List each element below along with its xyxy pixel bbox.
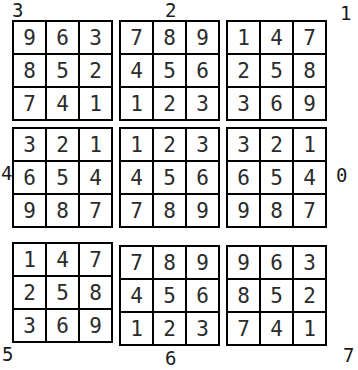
cell-r4c5: 2 bbox=[154, 129, 185, 160]
cell-r3c6: 3 bbox=[187, 88, 218, 119]
cell-r7c5: 8 bbox=[154, 247, 185, 278]
cell-r1c9: 7 bbox=[294, 22, 325, 53]
cell-r5c5: 5 bbox=[154, 162, 185, 193]
box-bottom-right: 963852741 bbox=[226, 245, 327, 346]
cell-r7c6: 9 bbox=[187, 247, 218, 278]
cell-r5c4: 4 bbox=[121, 162, 152, 193]
cell-r3c1: 7 bbox=[14, 88, 45, 119]
box-middle-center: 123456789 bbox=[119, 127, 220, 228]
cell-r3c5: 2 bbox=[154, 88, 185, 119]
cell-r1c7: 1 bbox=[228, 22, 259, 53]
cell-r5c8: 5 bbox=[261, 162, 292, 193]
cell-r9c6: 3 bbox=[187, 313, 218, 344]
cell-r6c4: 7 bbox=[121, 195, 152, 226]
cell-r9c8: 4 bbox=[261, 313, 292, 344]
cell-r3c9: 9 bbox=[294, 88, 325, 119]
cell-r5c7: 6 bbox=[228, 162, 259, 193]
edge-label-top-center: 2 bbox=[165, 1, 176, 20]
cell-r4c9: 1 bbox=[294, 129, 325, 160]
cell-r4c6: 3 bbox=[187, 129, 218, 160]
sudoku-board: 963852741 789456123 147258369 321654987 … bbox=[12, 20, 327, 346]
puzzle-figure: 3 2 1 4 0 5 6 7 963852741 789456123 1472… bbox=[0, 0, 358, 370]
cell-r1c6: 9 bbox=[187, 22, 218, 53]
cell-r4c3: 1 bbox=[80, 129, 111, 160]
cell-r3c3: 1 bbox=[80, 88, 111, 119]
cell-r4c1: 3 bbox=[14, 129, 45, 160]
cell-r4c4: 1 bbox=[121, 129, 152, 160]
box-top-right: 147258369 bbox=[226, 20, 327, 121]
cell-r9c1: 3 bbox=[14, 310, 45, 341]
cell-r8c5: 5 bbox=[154, 280, 185, 311]
cell-r1c8: 4 bbox=[261, 22, 292, 53]
cell-r1c2: 6 bbox=[47, 22, 78, 53]
cell-r6c8: 8 bbox=[261, 195, 292, 226]
cell-r2c7: 2 bbox=[228, 55, 259, 86]
cell-r4c7: 3 bbox=[228, 129, 259, 160]
cell-r8c2: 5 bbox=[47, 277, 78, 308]
board-band-middle: 321654987 123456789 321654987 bbox=[12, 127, 327, 228]
cell-r2c9: 8 bbox=[294, 55, 325, 86]
board-band-bottom: 147258369 789456123 963852741 bbox=[12, 242, 327, 346]
cell-r8c7: 8 bbox=[228, 280, 259, 311]
edge-label-bottom-right: 7 bbox=[343, 346, 354, 365]
box-middle-left: 321654987 bbox=[12, 127, 113, 228]
cell-r3c2: 4 bbox=[47, 88, 78, 119]
cell-r5c1: 6 bbox=[14, 162, 45, 193]
cell-r6c5: 8 bbox=[154, 195, 185, 226]
cell-r9c3: 9 bbox=[80, 310, 111, 341]
cell-r5c2: 5 bbox=[47, 162, 78, 193]
cell-r8c9: 2 bbox=[294, 280, 325, 311]
cell-r9c2: 6 bbox=[47, 310, 78, 341]
cell-r7c4: 7 bbox=[121, 247, 152, 278]
box-top-center: 789456123 bbox=[119, 20, 220, 121]
cell-r3c7: 3 bbox=[228, 88, 259, 119]
cell-r7c1: 1 bbox=[14, 244, 45, 275]
box-bottom-left: 147258369 bbox=[12, 242, 113, 343]
cell-r7c3: 7 bbox=[80, 244, 111, 275]
cell-r8c1: 2 bbox=[14, 277, 45, 308]
cell-r2c6: 6 bbox=[187, 55, 218, 86]
cell-r8c8: 5 bbox=[261, 280, 292, 311]
cell-r5c6: 6 bbox=[187, 162, 218, 193]
edge-label-top-left: 3 bbox=[12, 1, 23, 20]
board-band-top: 963852741 789456123 147258369 bbox=[12, 20, 327, 121]
cell-r8c4: 4 bbox=[121, 280, 152, 311]
cell-r1c3: 3 bbox=[80, 22, 111, 53]
cell-r8c3: 8 bbox=[80, 277, 111, 308]
cell-r2c5: 5 bbox=[154, 55, 185, 86]
cell-r6c3: 7 bbox=[80, 195, 111, 226]
box-middle-right: 321654987 bbox=[226, 127, 327, 228]
cell-r6c2: 8 bbox=[47, 195, 78, 226]
cell-r7c7: 9 bbox=[228, 247, 259, 278]
cell-r5c3: 4 bbox=[80, 162, 111, 193]
cell-r4c8: 2 bbox=[261, 129, 292, 160]
edge-label-bottom-left: 5 bbox=[2, 345, 13, 364]
cell-r7c9: 3 bbox=[294, 247, 325, 278]
cell-r3c4: 1 bbox=[121, 88, 152, 119]
cell-r6c1: 9 bbox=[14, 195, 45, 226]
cell-r2c2: 5 bbox=[47, 55, 78, 86]
cell-r7c8: 6 bbox=[261, 247, 292, 278]
cell-r9c5: 2 bbox=[154, 313, 185, 344]
cell-r6c7: 9 bbox=[228, 195, 259, 226]
cell-r1c5: 8 bbox=[154, 22, 185, 53]
cell-r2c4: 4 bbox=[121, 55, 152, 86]
cell-r2c3: 2 bbox=[80, 55, 111, 86]
cell-r6c6: 9 bbox=[187, 195, 218, 226]
edge-label-bottom-center: 6 bbox=[165, 349, 176, 368]
cell-r2c1: 8 bbox=[14, 55, 45, 86]
cell-r9c4: 1 bbox=[121, 313, 152, 344]
cell-r9c7: 7 bbox=[228, 313, 259, 344]
box-top-left: 963852741 bbox=[12, 20, 113, 121]
cell-r9c9: 1 bbox=[294, 313, 325, 344]
cell-r1c1: 9 bbox=[14, 22, 45, 53]
cell-r5c9: 4 bbox=[294, 162, 325, 193]
cell-r1c4: 7 bbox=[121, 22, 152, 53]
edge-label-top-right: 1 bbox=[340, 4, 351, 23]
edge-label-right-middle: 0 bbox=[336, 166, 347, 185]
cell-r7c2: 4 bbox=[47, 244, 78, 275]
cell-r3c8: 6 bbox=[261, 88, 292, 119]
cell-r8c6: 6 bbox=[187, 280, 218, 311]
cell-r4c2: 2 bbox=[47, 129, 78, 160]
cell-r2c8: 5 bbox=[261, 55, 292, 86]
box-bottom-center: 789456123 bbox=[119, 245, 220, 346]
cell-r6c9: 7 bbox=[294, 195, 325, 226]
edge-label-left-middle: 4 bbox=[1, 164, 12, 183]
